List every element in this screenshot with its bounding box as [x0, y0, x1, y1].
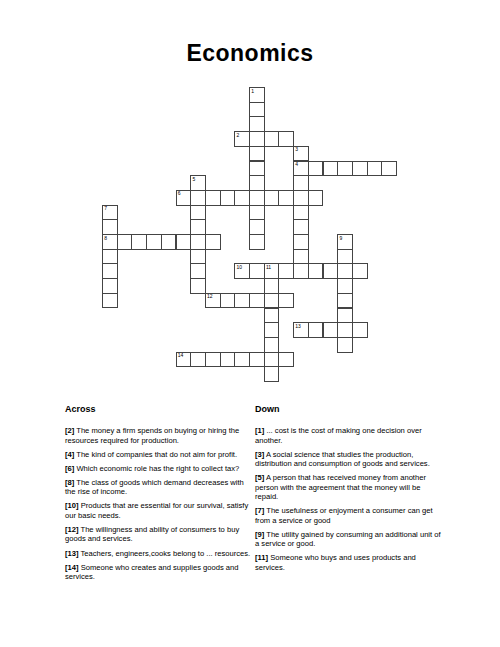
clue-down-5: [5] A person that has received money fro… [255, 473, 445, 502]
clue-down-3: [3] A social science that studies the pr… [255, 450, 445, 469]
grid-cell-r14c12[interactable] [278, 293, 294, 309]
grid-cell-r5c16[interactable] [337, 161, 353, 177]
grid-cell-r5c10[interactable] [249, 161, 265, 177]
clue-number-label: [14] [65, 563, 79, 572]
grid-cell-r13c6[interactable] [190, 278, 206, 294]
grid-cell-r5c14[interactable] [308, 161, 324, 177]
cell-number-8: 8 [104, 236, 107, 241]
grid-cell-r11c0[interactable] [102, 249, 118, 265]
grid-cell-r18c8[interactable] [220, 352, 236, 368]
grid-cell-r10c6[interactable] [190, 234, 206, 250]
grid-cell-r12c0[interactable] [102, 263, 118, 279]
grid-cell-r8c6[interactable] [190, 205, 206, 221]
clue-down-1: [1] ... cost is the cost of making one d… [255, 426, 445, 445]
grid-cell-r12c12[interactable] [278, 263, 294, 279]
grid-cell-r10c2[interactable] [131, 234, 147, 250]
cell-number-10: 10 [236, 265, 242, 270]
clue-across-8: [8] The class of goods which demand decr… [65, 478, 251, 497]
grid-cell-r5c15[interactable] [323, 161, 339, 177]
grid-cell-r14c11[interactable] [264, 293, 280, 309]
grid-cell-r10c16[interactable]: 9 [337, 234, 353, 250]
grid-cell-r12c16[interactable] [337, 263, 353, 279]
grid-cell-r16c13[interactable]: 13 [293, 322, 309, 338]
clue-across-2: [2] The money a firm spends on buying or… [65, 426, 251, 445]
grid-cell-r18c6[interactable] [190, 352, 206, 368]
grid-cell-r5c17[interactable] [352, 161, 368, 177]
grid-cell-r12c14[interactable] [308, 263, 324, 279]
grid-cell-r17c16[interactable] [337, 337, 353, 353]
grid-cell-r12c9[interactable]: 10 [234, 263, 250, 279]
grid-cell-r16c16[interactable] [337, 322, 353, 338]
grid-cell-r17c11[interactable] [264, 337, 280, 353]
grid-cell-r7c12[interactable] [278, 190, 294, 206]
cell-number-13: 13 [295, 324, 301, 329]
grid-cell-r9c6[interactable] [190, 219, 206, 235]
grid-cell-r7c7[interactable] [205, 190, 221, 206]
grid-cell-r18c11[interactable] [264, 352, 280, 368]
grid-cell-r1c10[interactable] [249, 102, 265, 118]
grid-cell-r15c11[interactable] [264, 308, 280, 324]
grid-cell-r14c0[interactable] [102, 293, 118, 309]
cell-number-4: 4 [295, 162, 298, 167]
cell-number-5: 5 [192, 177, 195, 182]
grid-cell-r7c10[interactable] [249, 190, 265, 206]
crossword-grid: 1234567891011121314 [102, 87, 398, 383]
grid-cell-r12c6[interactable] [190, 263, 206, 279]
clue-number-label: [4] [65, 450, 74, 459]
grid-cell-r3c12[interactable] [278, 131, 294, 147]
grid-cell-r9c0[interactable] [102, 219, 118, 235]
cell-number-14: 14 [178, 353, 184, 358]
grid-cell-r6c10[interactable] [249, 175, 265, 191]
cell-number-1: 1 [251, 89, 254, 94]
grid-cell-r6c6[interactable]: 5 [190, 175, 206, 191]
cell-number-11: 11 [266, 265, 271, 270]
clue-across-6: [6] Which economic role has the right to… [65, 464, 251, 474]
grid-cell-r9c13[interactable] [293, 219, 309, 235]
clue-across-4: [4] The kind of companies that do not ai… [65, 450, 251, 460]
grid-cell-r14c8[interactable] [220, 293, 236, 309]
down-clue-list: [1] ... cost is the cost of making one d… [255, 426, 445, 572]
clue-across-13: [13] Teachers, engineers,cooks belong to… [65, 549, 251, 559]
grid-cell-r2c10[interactable] [249, 116, 265, 132]
grid-cell-r18c12[interactable] [278, 352, 294, 368]
grid-cell-r9c10[interactable] [249, 219, 265, 235]
clue-number-label: [11] [255, 553, 268, 562]
clue-number-label: [3] [255, 450, 264, 459]
clue-number-label: [13] [65, 549, 79, 558]
grid-cell-r10c3[interactable] [146, 234, 162, 250]
grid-cell-r5c19[interactable] [381, 161, 397, 177]
clue-number-label: [7] [255, 506, 264, 515]
grid-cell-r13c16[interactable] [337, 278, 353, 294]
grid-cell-r3c11[interactable] [264, 131, 280, 147]
grid-cell-r18c9[interactable] [234, 352, 250, 368]
grid-cell-r10c5[interactable] [176, 234, 192, 250]
across-clue-list: [2] The money a firm spends on buying or… [65, 426, 251, 582]
grid-cell-r18c7[interactable] [205, 352, 221, 368]
grid-cell-r8c13[interactable] [293, 205, 309, 221]
grid-cell-r16c14[interactable] [308, 322, 324, 338]
grid-cell-r10c0[interactable]: 8 [102, 234, 118, 250]
grid-cell-r13c11[interactable] [264, 278, 280, 294]
grid-cell-r16c11[interactable] [264, 322, 280, 338]
grid-cell-r14c7[interactable]: 12 [205, 293, 221, 309]
clue-number-label: [12] [65, 525, 79, 534]
grid-cell-r18c5[interactable]: 14 [176, 352, 192, 368]
clue-number-label: [2] [65, 426, 74, 435]
grid-cell-r10c7[interactable] [205, 234, 221, 250]
across-header: Across [65, 404, 251, 414]
clue-down-11: [11] Someone who buys and uses products … [255, 553, 445, 572]
cell-number-2: 2 [236, 133, 239, 138]
grid-cell-r6c13[interactable] [293, 175, 309, 191]
grid-cell-r8c10[interactable] [249, 205, 265, 221]
grid-cell-r7c14[interactable] [308, 190, 324, 206]
grid-cell-r19c11[interactable] [264, 366, 280, 382]
grid-cell-r5c18[interactable] [367, 161, 383, 177]
grid-cell-r12c15[interactable] [323, 263, 339, 279]
grid-cell-r7c11[interactable] [264, 190, 280, 206]
cell-number-3: 3 [295, 147, 298, 152]
puzzle-title: Economics [0, 40, 500, 67]
clue-number-label: [10] [65, 501, 79, 510]
page: Economics 1234567891011121314 Across [2]… [0, 0, 500, 647]
clue-number-label: [6] [65, 464, 74, 473]
grid-cell-r16c17[interactable] [352, 322, 368, 338]
clue-across-14: [14] Someone who creates and supplies go… [65, 563, 251, 582]
grid-cell-r3c9[interactable]: 2 [234, 131, 250, 147]
grid-cell-r11c6[interactable] [190, 249, 206, 265]
cell-number-6: 6 [178, 191, 181, 196]
clue-number-label: [9] [255, 530, 264, 539]
grid-cell-r10c1[interactable] [117, 234, 133, 250]
grid-cell-r7c5[interactable]: 6 [176, 190, 192, 206]
grid-cell-r18c10[interactable] [249, 352, 265, 368]
grid-cell-r11c16[interactable] [337, 249, 353, 265]
clue-down-9: [9] The utility gained by consuming an a… [255, 530, 445, 549]
grid-cell-r10c4[interactable] [161, 234, 177, 250]
clue-down-7: [7] The usefulness or enjoyment a consum… [255, 506, 445, 525]
grid-cell-r4c10[interactable] [249, 146, 265, 162]
grid-cell-r15c16[interactable] [337, 308, 353, 324]
grid-cell-r4c13[interactable]: 3 [293, 146, 309, 162]
down-clues-section: Down [1] ... cost is the cost of making … [255, 404, 445, 577]
clue-number-label: [8] [65, 478, 74, 487]
grid-cell-r12c11[interactable]: 11 [264, 263, 280, 279]
grid-cell-r7c13[interactable] [293, 190, 309, 206]
cell-number-9: 9 [339, 236, 342, 241]
grid-cell-r13c0[interactable] [102, 278, 118, 294]
clue-across-12: [12] The willingness and ability of cons… [65, 525, 251, 544]
down-header: Down [255, 404, 445, 414]
grid-cell-r11c13[interactable] [293, 249, 309, 265]
across-clues-section: Across [2] The money a firm spends on bu… [65, 404, 251, 586]
grid-cell-r14c10[interactable] [249, 293, 265, 309]
grid-cell-r12c17[interactable] [352, 263, 368, 279]
cell-number-12: 12 [207, 294, 213, 299]
grid-cell-r8c0[interactable]: 7 [102, 205, 118, 221]
clue-across-10: [10] Products that are essential for our… [65, 501, 251, 520]
grid-cell-r14c9[interactable] [234, 293, 250, 309]
grid-cell-r10c13[interactable] [293, 234, 309, 250]
grid-cell-r16c15[interactable] [323, 322, 339, 338]
grid-cell-r12c10[interactable] [249, 263, 265, 279]
grid-cell-r0c10[interactable]: 1 [249, 87, 265, 103]
grid-cell-r10c10[interactable] [249, 234, 265, 250]
cell-number-7: 7 [104, 206, 107, 211]
clue-number-label: [5] [255, 473, 264, 482]
grid-cell-r7c8[interactable] [220, 190, 236, 206]
grid-cell-r12c13[interactable] [293, 263, 309, 279]
grid-cell-r5c13[interactable]: 4 [293, 161, 309, 177]
grid-cell-r14c16[interactable] [337, 293, 353, 309]
clue-number-label: [1] [255, 426, 264, 435]
grid-cell-r7c9[interactable] [234, 190, 250, 206]
grid-cell-r7c6[interactable] [190, 190, 206, 206]
grid-cell-r3c10[interactable] [249, 131, 265, 147]
